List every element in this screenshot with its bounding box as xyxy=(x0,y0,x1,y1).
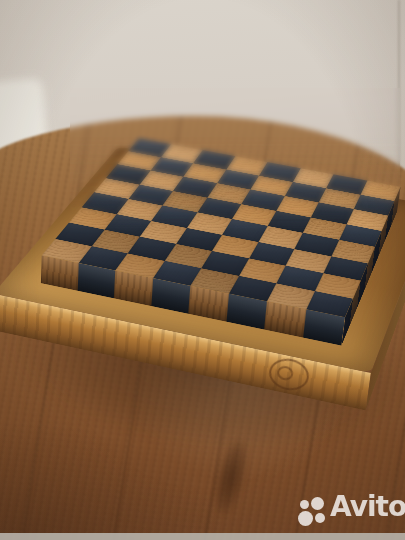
board-and-tray xyxy=(0,0,405,540)
square-f2 xyxy=(239,258,286,283)
photo-bottom-strip xyxy=(0,533,405,540)
square-f3 xyxy=(249,242,295,266)
square-g2 xyxy=(276,266,322,291)
square-g4 xyxy=(294,233,338,256)
square-e2 xyxy=(201,251,248,276)
avito-logo-dot-icon xyxy=(300,500,309,509)
square-e3 xyxy=(212,235,258,259)
product-photo: Avito xyxy=(0,0,405,540)
avito-logo-dot-icon xyxy=(311,497,324,510)
watermark-text: Avito xyxy=(330,490,405,523)
avito-logo-dot-icon xyxy=(315,513,325,523)
avito-watermark: Avito xyxy=(296,494,402,532)
square-c2 xyxy=(128,237,176,261)
square-g3 xyxy=(286,249,331,273)
square-d2 xyxy=(164,244,212,268)
depth-of-field-blur xyxy=(70,88,400,228)
square-f4 xyxy=(258,226,303,249)
avito-logo-dot-icon xyxy=(298,511,313,526)
square-b2 xyxy=(92,230,140,254)
square-d3 xyxy=(176,228,222,251)
